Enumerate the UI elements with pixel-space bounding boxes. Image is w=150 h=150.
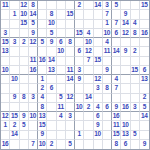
cell-r4c15[interactable]: 8 [131, 29, 140, 38]
clue-digit: 10 [20, 11, 27, 18]
cell-r7c6[interactable]: 14 [47, 57, 56, 66]
cell-r2c5[interactable] [38, 10, 47, 19]
cell-r7c16[interactable] [140, 57, 149, 66]
cell-r7c5[interactable]: 16 [38, 57, 47, 66]
clue-digit: 5 [31, 20, 34, 27]
cell-r6c14[interactable]: 9 [121, 47, 130, 56]
clue-digit: 15 [2, 39, 9, 46]
cell-r14c3[interactable]: 5 [20, 121, 29, 130]
cell-r16c11[interactable] [94, 140, 103, 149]
cell-r13c15[interactable] [131, 112, 140, 121]
cell-r10c12[interactable]: 8 [103, 84, 112, 93]
cell-r14c1[interactable]: 1 [1, 121, 10, 130]
cell-r4c3[interactable] [20, 29, 29, 38]
cell-r13c5[interactable]: 13 [38, 112, 47, 121]
cell-r14c15[interactable] [131, 121, 140, 130]
cell-r8c6[interactable]: 13 [47, 66, 56, 75]
cell-r11c13[interactable] [112, 94, 121, 103]
cell-r10c5[interactable]: 2 [38, 84, 47, 93]
cell-r4c2[interactable] [10, 29, 19, 38]
cell-r6c3[interactable] [20, 47, 29, 56]
clue-digit: 15 [141, 2, 148, 9]
cell-r10c3[interactable] [20, 84, 29, 93]
cell-r15c15[interactable]: 5 [131, 131, 140, 140]
cell-r15c6[interactable] [47, 131, 56, 140]
cell-r13c10[interactable] [84, 112, 93, 121]
cell-r5c9[interactable] [75, 38, 84, 47]
clue-digit: 15 [76, 30, 83, 37]
cell-r1c13[interactable]: 5 [112, 1, 121, 10]
cell-r15c3[interactable] [20, 131, 29, 140]
cell-r8c12[interactable]: 9 [103, 66, 112, 75]
clue-digit: 12 [2, 113, 9, 120]
cell-r10c2[interactable] [10, 84, 19, 93]
cell-r6c4[interactable] [29, 47, 38, 56]
cell-r8c13[interactable] [112, 66, 121, 75]
cell-r13c2[interactable]: 15 [10, 112, 19, 121]
cell-r15c16[interactable] [140, 131, 149, 140]
cell-r5c12[interactable]: 4 [103, 38, 112, 47]
cell-r16c10[interactable] [84, 140, 93, 149]
cell-r14c6[interactable] [47, 121, 56, 130]
cell-r7c7[interactable] [57, 57, 66, 66]
cell-r4c8[interactable] [66, 29, 75, 38]
cell-r15c8[interactable] [66, 131, 75, 140]
cell-r6c8[interactable] [66, 47, 75, 56]
cell-r13c16[interactable]: 14 [140, 112, 149, 121]
clue-digit: 3 [77, 67, 80, 74]
cell-r7c12[interactable] [103, 57, 112, 66]
cell-r12c2[interactable] [10, 103, 19, 112]
cell-r15c14[interactable]: 13 [121, 131, 130, 140]
cell-r14c13[interactable]: 11 [112, 121, 121, 130]
cell-r5c14[interactable] [121, 38, 130, 47]
cell-r1c3[interactable]: 12 [20, 1, 29, 10]
cell-r14c10[interactable] [84, 121, 93, 130]
cell-r8c2[interactable] [10, 66, 19, 75]
cell-r8c8[interactable]: 11 [66, 66, 75, 75]
cell-r5c3[interactable]: 2 [20, 38, 29, 47]
cell-r6c1[interactable]: 13 [1, 47, 10, 56]
cell-r14c14[interactable]: 10 [121, 121, 130, 130]
cell-r3c10[interactable] [84, 20, 93, 29]
cell-r1c4[interactable]: 8 [29, 1, 38, 10]
cell-r7c15[interactable] [131, 57, 140, 66]
cell-r3c3[interactable]: 15 [20, 20, 29, 29]
cell-r5c16[interactable] [140, 38, 149, 47]
clue-digit: 6 [96, 113, 99, 120]
cell-r5c15[interactable] [131, 38, 140, 47]
cell-r14c8[interactable] [66, 121, 75, 130]
clue-digit: 1 [3, 122, 6, 129]
cell-r4c13[interactable]: 6 [112, 29, 121, 38]
cell-r11c9[interactable] [75, 94, 84, 103]
clue-digit: 10 [39, 141, 46, 148]
cell-r5c5[interactable]: 5 [38, 38, 47, 47]
cell-r16c8[interactable]: 5 [66, 140, 75, 149]
cell-r14c12[interactable] [103, 121, 112, 130]
cell-r9c15[interactable] [131, 75, 140, 84]
cell-r7c1[interactable] [1, 57, 10, 66]
cell-r6c11[interactable] [94, 47, 103, 56]
cell-r9c5[interactable]: 1 [38, 75, 47, 84]
clue-digit: 3 [68, 113, 71, 120]
cell-r12c3[interactable] [20, 103, 29, 112]
cell-r8c3[interactable] [20, 66, 29, 75]
cell-r14c9[interactable] [75, 121, 84, 130]
cell-r14c11[interactable]: 9 [94, 121, 103, 130]
cell-r15c11[interactable]: 10 [94, 131, 103, 140]
cell-r16c6[interactable]: 2 [47, 140, 56, 149]
cell-r10c6[interactable]: 6 [47, 84, 56, 93]
cell-r2c13[interactable] [112, 10, 121, 19]
clue-digit: 15 [39, 122, 46, 129]
cell-r1c10[interactable] [84, 1, 93, 10]
cell-r11c1[interactable] [1, 94, 10, 103]
cell-r16c7[interactable] [57, 140, 66, 149]
cell-r1c5[interactable] [38, 1, 47, 10]
cell-r2c2[interactable]: 1 [10, 10, 19, 19]
cell-r7c10[interactable]: 7 [84, 57, 93, 66]
cell-r8c14[interactable] [121, 66, 130, 75]
clue-digit: 9 [40, 131, 43, 138]
cell-r12c13[interactable]: 9 [112, 103, 121, 112]
cell-r11c8[interactable]: 12 [66, 94, 75, 103]
cell-r1c1[interactable]: 11 [1, 1, 10, 10]
cell-r12c16[interactable]: 5 [140, 103, 149, 112]
clue-digit: 7 [105, 11, 108, 18]
cell-r7c9[interactable] [75, 57, 84, 66]
clue-digit: 10 [48, 20, 55, 27]
cell-r12c4[interactable] [29, 103, 38, 112]
cell-r6c2[interactable] [10, 47, 19, 56]
clue-digit: 5 [68, 141, 71, 148]
cell-r2c1[interactable] [1, 10, 10, 19]
cell-r2c15[interactable] [131, 10, 140, 19]
clue-digit: 14 [67, 76, 74, 83]
cell-r6c16[interactable] [140, 47, 149, 56]
clue-digit: 8 [31, 2, 34, 9]
cell-r15c9[interactable]: 1 [75, 131, 84, 140]
cell-r13c9[interactable] [75, 112, 84, 121]
cell-r6c10[interactable]: 12 [84, 47, 93, 56]
cell-r16c15[interactable] [131, 140, 140, 149]
cell-r10c10[interactable] [84, 84, 93, 93]
clue-digit: 12 [122, 30, 129, 37]
cell-r13c14[interactable] [121, 112, 130, 121]
cell-r3c14[interactable]: 14 [121, 20, 130, 29]
cell-r12c5[interactable]: 8 [38, 103, 47, 112]
cell-r14c7[interactable] [57, 121, 66, 130]
cell-r8c5[interactable] [38, 66, 47, 75]
cell-r10c15[interactable] [131, 84, 140, 93]
clue-digit: 5 [59, 94, 62, 101]
cell-r13c1[interactable]: 12 [1, 112, 10, 121]
cell-r2c9[interactable] [75, 10, 84, 19]
cell-r14c2[interactable]: 2 [10, 121, 19, 130]
cell-r12c9[interactable]: 10 [75, 103, 84, 112]
cell-r12c8[interactable] [66, 103, 75, 112]
cell-r5c6[interactable]: 9 [47, 38, 56, 47]
cell-r6c15[interactable]: 2 [131, 47, 140, 56]
cell-r1c8[interactable] [66, 1, 75, 10]
clue-digit: 10 [2, 67, 9, 74]
cell-r16c14[interactable]: 6 [121, 140, 130, 149]
cell-r4c12[interactable]: 10 [103, 29, 112, 38]
cell-r5c7[interactable]: 6 [57, 38, 66, 47]
cell-r14c4[interactable] [29, 121, 38, 130]
cell-r8c1[interactable]: 10 [1, 66, 10, 75]
cell-r2c6[interactable]: 8 [47, 10, 56, 19]
cell-r9c8[interactable]: 14 [66, 75, 75, 84]
cell-r3c9[interactable] [75, 20, 84, 29]
cell-r16c9[interactable] [75, 140, 84, 149]
cell-r3c5[interactable] [38, 20, 47, 29]
clue-digit: 8 [133, 30, 136, 37]
cell-r5c11[interactable] [94, 38, 103, 47]
clue-digit: 9 [143, 141, 146, 148]
cell-r12c10[interactable]: 2 [84, 103, 93, 112]
clue-digit: 11 [57, 104, 63, 111]
cell-r8c10[interactable] [84, 66, 93, 75]
cell-r2c8[interactable]: 15 [66, 10, 75, 19]
cell-r9c1[interactable] [1, 75, 10, 84]
clue-digit: 16 [141, 30, 148, 37]
cell-r2c14[interactable]: 9 [121, 10, 130, 19]
cell-r8c7[interactable] [57, 66, 66, 75]
cell-r16c1[interactable]: 16 [1, 140, 10, 149]
cell-r9c13[interactable]: 4 [112, 75, 121, 84]
cell-r15c2[interactable]: 14 [10, 131, 19, 140]
sudoku-16x16-board: 1112821435151101481579155101714439515410… [0, 0, 150, 150]
cell-r13c8[interactable]: 3 [66, 112, 75, 121]
cell-r8c15[interactable]: 15 [131, 66, 140, 75]
cell-r7c3[interactable] [20, 57, 29, 66]
cell-r11c7[interactable]: 5 [57, 94, 66, 103]
cell-r3c4[interactable]: 5 [29, 20, 38, 29]
cell-r2c10[interactable] [84, 10, 93, 19]
clue-digit: 15 [94, 57, 101, 64]
cell-r5c2[interactable]: 3 [10, 38, 19, 47]
cell-r14c16[interactable] [140, 121, 149, 130]
cell-r12c12[interactable]: 6 [103, 103, 112, 112]
cell-r4c9[interactable]: 15 [75, 29, 84, 38]
cell-r10c14[interactable] [121, 84, 130, 93]
clue-digit: 13 [122, 131, 129, 138]
cell-r16c5[interactable]: 10 [38, 140, 47, 149]
cell-r12c6[interactable] [47, 103, 56, 112]
cell-r10c13[interactable]: 7 [112, 84, 121, 93]
cell-r4c7[interactable] [57, 29, 66, 38]
cell-r13c3[interactable]: 9 [20, 112, 29, 121]
cell-r10c11[interactable]: 3 [94, 84, 103, 93]
cell-r3c2[interactable] [10, 20, 19, 29]
cell-r11c3[interactable]: 8 [20, 94, 29, 103]
cell-r16c13[interactable]: 8 [112, 140, 121, 149]
cell-r7c8[interactable] [66, 57, 75, 66]
cell-r13c7[interactable]: 4 [57, 112, 66, 121]
cell-r2c12[interactable]: 7 [103, 10, 112, 19]
cell-r1c15[interactable] [131, 1, 140, 10]
cell-r14c5[interactable]: 15 [38, 121, 47, 130]
cell-r8c11[interactable] [94, 66, 103, 75]
cell-r11c6[interactable] [47, 94, 56, 103]
cell-r13c11[interactable]: 6 [94, 112, 103, 121]
cell-r2c11[interactable] [94, 10, 103, 19]
clue-digit: 9 [124, 48, 127, 55]
cell-r9c14[interactable] [121, 75, 130, 84]
cell-r3c8[interactable] [66, 20, 75, 29]
cell-r9c7[interactable] [57, 75, 66, 84]
cell-r9c12[interactable] [103, 75, 112, 84]
cell-r5c8[interactable]: 8 [66, 38, 75, 47]
cell-r16c2[interactable] [10, 140, 19, 149]
cell-r2c16[interactable] [140, 10, 149, 19]
cell-r15c7[interactable] [57, 131, 66, 140]
cell-r1c14[interactable] [121, 1, 130, 10]
cell-r10c1[interactable] [1, 84, 10, 93]
cell-r11c5[interactable]: 4 [38, 94, 47, 103]
cell-r7c14[interactable] [121, 57, 130, 66]
cell-r5c4[interactable]: 12 [29, 38, 38, 47]
cell-r1c12[interactable]: 3 [103, 1, 112, 10]
cell-r9c3[interactable] [20, 75, 29, 84]
cell-r11c12[interactable] [103, 94, 112, 103]
cell-r3c7[interactable] [57, 20, 66, 29]
cell-r15c1[interactable] [1, 131, 10, 140]
cell-r11c2[interactable]: 9 [10, 94, 19, 103]
clue-digit: 2 [77, 2, 80, 9]
cell-r7c13[interactable] [112, 57, 121, 66]
cell-r1c7[interactable] [57, 1, 66, 10]
cell-r4c4[interactable]: 9 [29, 29, 38, 38]
cell-r2c4[interactable]: 14 [29, 10, 38, 19]
clue-digit: 7 [31, 141, 34, 148]
cell-r8c4[interactable]: 16 [29, 66, 38, 75]
cell-r6c9[interactable]: 6 [75, 47, 84, 56]
clue-digit: 16 [2, 141, 9, 148]
cell-r15c13[interactable]: 15 [112, 131, 121, 140]
cell-r12c1[interactable] [1, 103, 10, 112]
cell-r9c10[interactable] [84, 75, 93, 84]
cell-r12c7[interactable]: 11 [57, 103, 66, 112]
cell-r4c14[interactable]: 12 [121, 29, 130, 38]
cell-r16c4[interactable]: 7 [29, 140, 38, 149]
cell-r9c2[interactable]: 10 [10, 75, 19, 84]
clue-digit: 13 [2, 48, 9, 55]
cell-r1c2[interactable] [10, 1, 19, 10]
cell-r12c14[interactable]: 16 [121, 103, 130, 112]
cell-r4c16[interactable]: 16 [140, 29, 149, 38]
cell-r3c11[interactable] [94, 20, 103, 29]
cell-r3c15[interactable]: 4 [131, 20, 140, 29]
cell-r5c10[interactable]: 10 [84, 38, 93, 47]
cell-r10c7[interactable] [57, 84, 66, 93]
cell-r3c16[interactable] [140, 20, 149, 29]
cell-r15c5[interactable]: 9 [38, 131, 47, 140]
cell-r9c4[interactable] [29, 75, 38, 84]
cell-r7c11[interactable]: 15 [94, 57, 103, 66]
clue-digit: 1 [77, 131, 80, 138]
cell-r9c16[interactable]: 13 [140, 75, 149, 84]
cell-r11c14[interactable] [121, 94, 130, 103]
cell-r1c6[interactable] [47, 1, 56, 10]
cell-r6c13[interactable]: 14 [112, 47, 121, 56]
cell-r2c3[interactable]: 10 [20, 10, 29, 19]
cell-r6c6[interactable] [47, 47, 56, 56]
clue-digit: 9 [114, 104, 117, 111]
cell-r9c9[interactable]: 9 [75, 75, 84, 84]
cell-r3c6[interactable]: 10 [47, 20, 56, 29]
clue-digit: 10 [104, 30, 111, 37]
clue-digit: 11 [67, 67, 73, 74]
cell-r4c6[interactable]: 5 [47, 29, 56, 38]
cell-r13c13[interactable]: 16 [112, 112, 121, 121]
cell-r12c11[interactable]: 4 [94, 103, 103, 112]
cell-r16c3[interactable] [20, 140, 29, 149]
cell-r6c7[interactable]: 10 [57, 47, 66, 56]
cell-r9c11[interactable]: 12 [94, 75, 103, 84]
cell-r8c9[interactable]: 3 [75, 66, 84, 75]
cell-r15c12[interactable] [103, 131, 112, 140]
cell-r4c11[interactable] [94, 29, 103, 38]
cell-r15c10[interactable] [84, 131, 93, 140]
cell-r4c10[interactable]: 4 [84, 29, 93, 38]
clue-digit: 12 [85, 48, 92, 55]
cell-r2c7[interactable] [57, 10, 66, 19]
cell-r10c8[interactable] [66, 84, 75, 93]
cell-r11c10[interactable]: 14 [84, 94, 93, 103]
cell-r4c5[interactable] [38, 29, 47, 38]
cell-r15c4[interactable] [29, 131, 38, 140]
cell-r9c6[interactable] [47, 75, 56, 84]
cell-r11c16[interactable]: 2 [140, 94, 149, 103]
clue-digit: 4 [59, 113, 62, 120]
cell-r10c4[interactable] [29, 84, 38, 93]
cell-r16c12[interactable] [103, 140, 112, 149]
cell-r1c16[interactable]: 15 [140, 1, 149, 10]
cell-r1c11[interactable]: 14 [94, 1, 103, 10]
cell-r11c15[interactable] [131, 94, 140, 103]
cell-r1c9[interactable]: 2 [75, 1, 84, 10]
clue-digit: 9 [31, 30, 34, 37]
cell-r7c4[interactable]: 11 [29, 57, 38, 66]
cell-r13c4[interactable]: 10 [29, 112, 38, 121]
cell-r3c1[interactable] [1, 20, 10, 29]
clue-digit: 1 [13, 11, 16, 18]
clue-digit: 6 [77, 48, 80, 55]
cell-r5c13[interactable] [112, 38, 121, 47]
cell-r5c1[interactable]: 15 [1, 38, 10, 47]
cell-r10c9[interactable] [75, 84, 84, 93]
clue-digit: 8 [22, 94, 25, 101]
cell-r3c13[interactable]: 7 [112, 20, 121, 29]
cell-r16c16[interactable]: 9 [140, 140, 149, 149]
cell-r6c12[interactable]: 11 [103, 47, 112, 56]
cell-r13c12[interactable] [103, 112, 112, 121]
cell-r3c12[interactable]: 1 [103, 20, 112, 29]
cell-r4c1[interactable]: 3 [1, 29, 10, 38]
cell-r11c4[interactable]: 3 [29, 94, 38, 103]
cell-r13c6[interactable] [47, 112, 56, 121]
cell-r6c5[interactable] [38, 47, 47, 56]
clue-digit: 5 [22, 122, 25, 129]
cell-r11c11[interactable] [94, 94, 103, 103]
cell-r8c16[interactable]: 6 [140, 66, 149, 75]
cell-r10c16[interactable] [140, 84, 149, 93]
cell-r12c15[interactable]: 3 [131, 103, 140, 112]
cell-r7c2[interactable] [10, 57, 19, 66]
